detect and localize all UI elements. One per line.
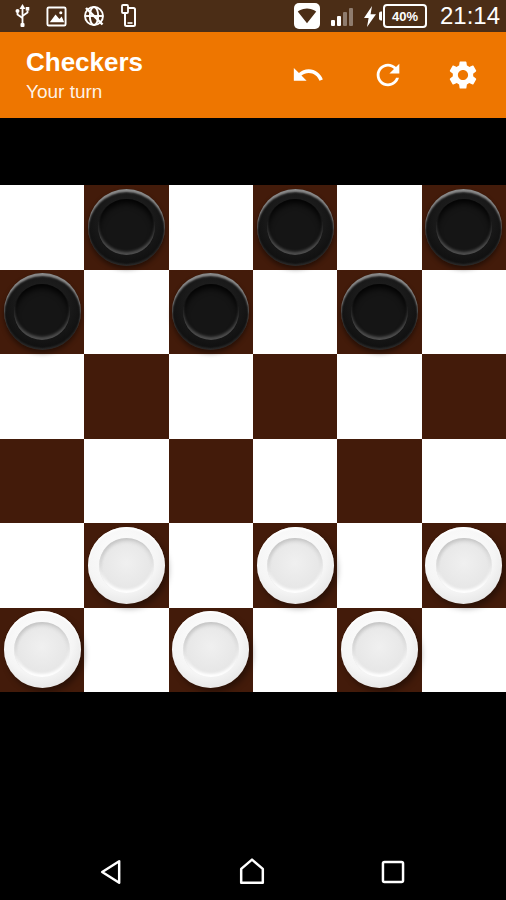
board-square[interactable] [84, 185, 168, 270]
white-piece[interactable] [172, 611, 249, 688]
board-top-margin [0, 118, 506, 185]
black-piece[interactable] [172, 273, 249, 350]
black-piece[interactable] [425, 189, 502, 266]
recents-icon [376, 855, 410, 889]
undo-button[interactable] [291, 58, 325, 92]
piece-inner-ring [267, 199, 323, 255]
piece-inner-ring [351, 284, 407, 340]
board-square[interactable] [337, 608, 421, 693]
board-square[interactable] [0, 439, 84, 524]
white-piece[interactable] [341, 611, 418, 688]
white-piece[interactable] [88, 527, 165, 604]
board-square[interactable] [84, 439, 168, 524]
board-square[interactable] [337, 523, 421, 608]
app-bar: Checkers Your turn [0, 32, 506, 118]
status-left-icons [14, 4, 137, 28]
home-icon [235, 855, 269, 889]
undo-icon [291, 58, 325, 92]
device-icon [121, 4, 137, 28]
board-square[interactable] [0, 523, 84, 608]
piece-inner-ring [436, 199, 492, 255]
board-square[interactable] [84, 270, 168, 355]
board-square[interactable] [253, 354, 337, 439]
gear-icon [446, 58, 480, 92]
wifi-icon [294, 3, 320, 29]
board-square[interactable] [0, 270, 84, 355]
board-square[interactable] [0, 185, 84, 270]
board-square[interactable] [253, 608, 337, 693]
nav-home-button[interactable] [235, 855, 269, 889]
board-square[interactable] [337, 439, 421, 524]
piece-inner-ring [267, 538, 322, 593]
settings-button[interactable] [446, 58, 480, 92]
board-square[interactable] [422, 439, 506, 524]
board-square[interactable] [84, 354, 168, 439]
app-title: Checkers [26, 47, 143, 78]
piece-inner-ring [352, 622, 407, 677]
android-nav-bar [0, 845, 506, 900]
board-square[interactable] [253, 439, 337, 524]
restart-button[interactable] [371, 58, 405, 92]
piece-inner-ring [183, 622, 238, 677]
status-bar: 40% 21:14 [0, 0, 506, 32]
board-bottom-margin [0, 692, 506, 845]
title-block: Checkers Your turn [26, 47, 143, 103]
board-square[interactable] [84, 608, 168, 693]
gallery-icon [46, 6, 67, 27]
board-square[interactable] [169, 439, 253, 524]
board-square[interactable] [84, 523, 168, 608]
board-square[interactable] [253, 185, 337, 270]
black-piece[interactable] [341, 273, 418, 350]
board-square[interactable] [169, 354, 253, 439]
charging-bolt-icon [364, 6, 376, 27]
board-square[interactable] [422, 185, 506, 270]
nav-back-button[interactable] [96, 855, 130, 889]
nav-recents-button[interactable] [376, 855, 410, 889]
battery-outline: 40% [383, 4, 427, 28]
piece-inner-ring [14, 284, 70, 340]
signal-icon [331, 7, 353, 26]
black-piece[interactable] [257, 189, 334, 266]
battery-icon: 40% [364, 4, 427, 28]
board-square[interactable] [337, 270, 421, 355]
status-right-icons: 40% 21:14 [294, 0, 500, 32]
clock: 21:14 [440, 2, 500, 30]
piece-inner-ring [99, 538, 154, 593]
board-square[interactable] [253, 523, 337, 608]
white-piece[interactable] [4, 611, 81, 688]
board-square[interactable] [422, 608, 506, 693]
white-piece[interactable] [257, 527, 334, 604]
board-square[interactable] [422, 270, 506, 355]
board [0, 185, 506, 692]
piece-inner-ring [183, 284, 239, 340]
battery-percent: 40% [392, 9, 418, 24]
board-square[interactable] [337, 185, 421, 270]
board-square[interactable] [253, 270, 337, 355]
piece-inner-ring [436, 538, 491, 593]
board-square[interactable] [169, 608, 253, 693]
board-square[interactable] [0, 354, 84, 439]
board-square[interactable] [422, 523, 506, 608]
piece-inner-ring [14, 622, 69, 677]
piece-inner-ring [98, 199, 154, 255]
board-square[interactable] [337, 354, 421, 439]
network-disabled-icon [82, 4, 106, 28]
black-piece[interactable] [88, 189, 165, 266]
board-square[interactable] [422, 354, 506, 439]
board-square[interactable] [169, 523, 253, 608]
black-piece[interactable] [4, 273, 81, 350]
usb-icon [14, 4, 31, 28]
board-square[interactable] [0, 608, 84, 693]
white-piece[interactable] [425, 527, 502, 604]
board-square[interactable] [169, 270, 253, 355]
back-icon [96, 855, 130, 889]
turn-status: Your turn [26, 81, 143, 103]
restart-icon [371, 58, 405, 92]
board-square[interactable] [169, 185, 253, 270]
